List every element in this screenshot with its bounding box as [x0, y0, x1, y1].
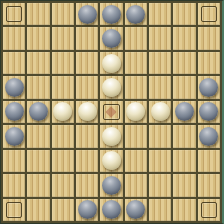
board-cell-h8[interactable] [173, 27, 195, 49]
attacker-stone[interactable] [5, 102, 24, 121]
board-cell-d9[interactable] [76, 3, 98, 25]
board-cell-h3[interactable] [173, 150, 195, 172]
board-cell-d7[interactable] [76, 52, 98, 74]
board-cell-f2[interactable] [125, 174, 147, 196]
attacker-stone[interactable] [5, 127, 24, 146]
board-cell-c2[interactable] [52, 174, 74, 196]
board-cell-f8[interactable] [125, 27, 147, 49]
board-cell-g1[interactable] [149, 199, 171, 221]
board-cell-c3[interactable] [52, 150, 74, 172]
board-cell-h7[interactable] [173, 52, 195, 74]
board-cell-f4[interactable] [125, 125, 147, 147]
board-cell-c7[interactable] [52, 52, 74, 74]
board-cell-i3[interactable] [198, 150, 220, 172]
board-cell-b8[interactable] [27, 27, 49, 49]
board-cell-b3[interactable] [27, 150, 49, 172]
board-cell-d3[interactable] [76, 150, 98, 172]
board-cell-h2[interactable] [173, 174, 195, 196]
board-cell-f5[interactable] [125, 101, 147, 123]
board-cell-f7[interactable] [125, 52, 147, 74]
board-cell-c5[interactable] [52, 101, 74, 123]
board-cell-a9[interactable] [3, 3, 25, 25]
board-cell-i6[interactable] [198, 76, 220, 98]
board-cell-a8[interactable] [3, 27, 25, 49]
defender-stone[interactable] [53, 102, 72, 121]
board-cell-i5[interactable] [198, 101, 220, 123]
board-cell-g4[interactable] [149, 125, 171, 147]
board-cell-i2[interactable] [198, 174, 220, 196]
board-cell-c9[interactable] [52, 3, 74, 25]
board-cell-b9[interactable] [27, 3, 49, 25]
corner-escape-mark [6, 202, 22, 218]
board-cell-h1[interactable] [173, 199, 195, 221]
tablut-board [0, 0, 224, 224]
board-cell-e9[interactable] [100, 3, 122, 25]
board-cell-f6[interactable] [125, 76, 147, 98]
board-cell-e5[interactable] [100, 101, 122, 123]
board-cell-a7[interactable] [3, 52, 25, 74]
board-cell-g9[interactable] [149, 3, 171, 25]
attacker-stone[interactable] [102, 200, 121, 219]
board-cell-e1[interactable] [100, 199, 122, 221]
board-cell-i8[interactable] [198, 27, 220, 49]
board-cell-b5[interactable] [27, 101, 49, 123]
board-cell-c6[interactable] [52, 76, 74, 98]
board-cell-d1[interactable] [76, 199, 98, 221]
board-cell-b6[interactable] [27, 76, 49, 98]
corner-escape-mark [6, 6, 22, 22]
attacker-stone[interactable] [78, 200, 97, 219]
board-cell-c4[interactable] [52, 125, 74, 147]
board-cell-a3[interactable] [3, 150, 25, 172]
board-cell-b1[interactable] [27, 199, 49, 221]
attacker-stone[interactable] [199, 78, 218, 97]
board-cell-e3[interactable] [100, 150, 122, 172]
board-cell-g7[interactable] [149, 52, 171, 74]
board-cell-h4[interactable] [173, 125, 195, 147]
board-cell-a5[interactable] [3, 101, 25, 123]
board-cell-g8[interactable] [149, 27, 171, 49]
board-cell-a6[interactable] [3, 76, 25, 98]
attacker-stone[interactable] [199, 102, 218, 121]
attacker-stone[interactable] [102, 176, 121, 195]
attacker-stone[interactable] [126, 5, 145, 24]
defender-stone[interactable] [78, 102, 97, 121]
board-cell-h6[interactable] [173, 76, 195, 98]
board-cell-f3[interactable] [125, 150, 147, 172]
board-cell-f9[interactable] [125, 3, 147, 25]
board-cell-a4[interactable] [3, 125, 25, 147]
attacker-stone[interactable] [102, 29, 121, 48]
defender-stone[interactable] [102, 78, 121, 97]
board-cell-g3[interactable] [149, 150, 171, 172]
board-cell-b4[interactable] [27, 125, 49, 147]
board-cell-b2[interactable] [27, 174, 49, 196]
defender-stone[interactable] [151, 102, 170, 121]
board-cell-e2[interactable] [100, 174, 122, 196]
attacker-stone[interactable] [102, 5, 121, 24]
defender-stone[interactable] [102, 151, 121, 170]
board-cell-c1[interactable] [52, 199, 74, 221]
board-cell-f1[interactable] [125, 199, 147, 221]
defender-stone[interactable] [102, 127, 121, 146]
board-cell-h9[interactable] [173, 3, 195, 25]
board-cell-e6[interactable] [100, 76, 122, 98]
board-cell-e7[interactable] [100, 52, 122, 74]
attacker-stone[interactable] [126, 200, 145, 219]
board-cell-d6[interactable] [76, 76, 98, 98]
board-cell-i1[interactable] [198, 199, 220, 221]
attacker-stone[interactable] [78, 5, 97, 24]
defender-stone[interactable] [102, 54, 121, 73]
board-cell-a2[interactable] [3, 174, 25, 196]
board-cell-i7[interactable] [198, 52, 220, 74]
board-cell-b7[interactable] [27, 52, 49, 74]
board-cell-i9[interactable] [198, 3, 220, 25]
attacker-stone[interactable] [29, 102, 48, 121]
board-cell-h5[interactable] [173, 101, 195, 123]
defender-stone[interactable] [126, 102, 145, 121]
board-cell-d8[interactable] [76, 27, 98, 49]
board-cell-g5[interactable] [149, 101, 171, 123]
board-cell-c8[interactable] [52, 27, 74, 49]
attacker-stone[interactable] [5, 78, 24, 97]
attacker-stone[interactable] [199, 127, 218, 146]
corner-escape-mark [201, 6, 217, 22]
board-cell-i4[interactable] [198, 125, 220, 147]
board-cell-d5[interactable] [76, 101, 98, 123]
board-cell-d2[interactable] [76, 174, 98, 196]
board-cell-e4[interactable] [100, 125, 122, 147]
board-cell-g6[interactable] [149, 76, 171, 98]
board-cell-a1[interactable] [3, 199, 25, 221]
attacker-stone[interactable] [175, 102, 194, 121]
board-cell-e8[interactable] [100, 27, 122, 49]
board-cell-g2[interactable] [149, 174, 171, 196]
board-cell-d4[interactable] [76, 125, 98, 147]
corner-escape-mark [201, 202, 217, 218]
